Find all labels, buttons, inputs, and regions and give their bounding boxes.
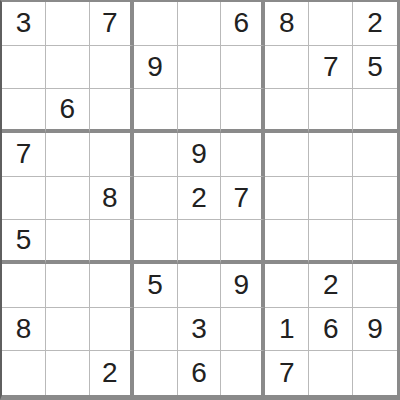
cell-r4c1-given[interactable]: 7 xyxy=(2,133,46,177)
cell-r5c7-empty[interactable] xyxy=(265,177,309,221)
cell-r6c7-empty[interactable] xyxy=(265,220,309,264)
cell-r3c8-empty[interactable] xyxy=(309,89,353,133)
cell-r6c3-empty[interactable] xyxy=(90,220,134,264)
cell-r2c6-empty[interactable] xyxy=(221,46,265,90)
cell-r2c2-empty[interactable] xyxy=(46,46,90,90)
cell-r5c9-empty[interactable] xyxy=(353,177,397,221)
cell-r8c1-given[interactable]: 8 xyxy=(2,308,46,352)
cell-r9c1-empty[interactable] xyxy=(2,351,46,395)
cell-r5c3-given[interactable]: 8 xyxy=(90,177,134,221)
cell-r1c4-empty[interactable] xyxy=(134,2,178,46)
cell-r9c5-given[interactable]: 6 xyxy=(178,351,222,395)
cell-r1c2-empty[interactable] xyxy=(46,2,90,46)
cell-r5c2-empty[interactable] xyxy=(46,177,90,221)
cell-r7c4-given[interactable]: 5 xyxy=(134,264,178,308)
cell-r1c8-empty[interactable] xyxy=(309,2,353,46)
cell-r6c2-empty[interactable] xyxy=(46,220,90,264)
cell-r2c9-given[interactable]: 5 xyxy=(353,46,397,90)
cell-r9c6-empty[interactable] xyxy=(221,351,265,395)
cell-r3c3-empty[interactable] xyxy=(90,89,134,133)
cell-r3c9-empty[interactable] xyxy=(353,89,397,133)
cell-r8c5-given[interactable]: 3 xyxy=(178,308,222,352)
cell-r5c6-given[interactable]: 7 xyxy=(221,177,265,221)
cell-r1c6-given[interactable]: 6 xyxy=(221,2,265,46)
cell-r5c8-empty[interactable] xyxy=(309,177,353,221)
cell-r7c5-empty[interactable] xyxy=(178,264,222,308)
cell-r3c2-given[interactable]: 6 xyxy=(46,89,90,133)
cell-r6c4-empty[interactable] xyxy=(134,220,178,264)
cell-r4c7-empty[interactable] xyxy=(265,133,309,177)
cell-r2c5-empty[interactable] xyxy=(178,46,222,90)
cell-r4c8-empty[interactable] xyxy=(309,133,353,177)
cell-r1c1-given[interactable]: 3 xyxy=(2,2,46,46)
cell-r3c7-empty[interactable] xyxy=(265,89,309,133)
cell-r1c3-given[interactable]: 7 xyxy=(90,2,134,46)
cell-r3c6-empty[interactable] xyxy=(221,89,265,133)
cell-r9c8-empty[interactable] xyxy=(309,351,353,395)
cell-r7c3-empty[interactable] xyxy=(90,264,134,308)
cell-r8c8-given[interactable]: 6 xyxy=(309,308,353,352)
cell-r6c8-empty[interactable] xyxy=(309,220,353,264)
cell-r7c6-given[interactable]: 9 xyxy=(221,264,265,308)
cell-r6c9-empty[interactable] xyxy=(353,220,397,264)
cell-r4c3-empty[interactable] xyxy=(90,133,134,177)
cell-r1c7-given[interactable]: 8 xyxy=(265,2,309,46)
cell-r8c6-empty[interactable] xyxy=(221,308,265,352)
cell-r4c9-empty[interactable] xyxy=(353,133,397,177)
cell-r9c4-empty[interactable] xyxy=(134,351,178,395)
cell-r4c6-empty[interactable] xyxy=(221,133,265,177)
cell-r5c1-empty[interactable] xyxy=(2,177,46,221)
cell-r2c1-empty[interactable] xyxy=(2,46,46,90)
cell-r9c9-empty[interactable] xyxy=(353,351,397,395)
cell-r3c1-empty[interactable] xyxy=(2,89,46,133)
cell-r4c2-empty[interactable] xyxy=(46,133,90,177)
cell-r2c8-given[interactable]: 7 xyxy=(309,46,353,90)
cell-r5c4-empty[interactable] xyxy=(134,177,178,221)
cell-r3c4-empty[interactable] xyxy=(134,89,178,133)
cell-r3c5-empty[interactable] xyxy=(178,89,222,133)
cell-r8c3-empty[interactable] xyxy=(90,308,134,352)
cell-r1c5-empty[interactable] xyxy=(178,2,222,46)
cell-r2c3-empty[interactable] xyxy=(90,46,134,90)
cell-r1c9-given[interactable]: 2 xyxy=(353,2,397,46)
cell-r6c1-given[interactable]: 5 xyxy=(2,220,46,264)
cell-r2c7-empty[interactable] xyxy=(265,46,309,90)
sudoku-board: 37682975679827559283169267 xyxy=(0,0,400,400)
cell-r8c7-given[interactable]: 1 xyxy=(265,308,309,352)
cell-r8c4-empty[interactable] xyxy=(134,308,178,352)
cell-r7c7-empty[interactable] xyxy=(265,264,309,308)
cell-r7c8-given[interactable]: 2 xyxy=(309,264,353,308)
cell-r6c5-empty[interactable] xyxy=(178,220,222,264)
cell-r8c9-given[interactable]: 9 xyxy=(353,308,397,352)
cell-r7c9-empty[interactable] xyxy=(353,264,397,308)
cell-r2c4-given[interactable]: 9 xyxy=(134,46,178,90)
cell-r4c4-empty[interactable] xyxy=(134,133,178,177)
cell-r9c2-empty[interactable] xyxy=(46,351,90,395)
cell-r8c2-empty[interactable] xyxy=(46,308,90,352)
cell-r7c2-empty[interactable] xyxy=(46,264,90,308)
cell-r5c5-given[interactable]: 2 xyxy=(178,177,222,221)
cell-r9c7-given[interactable]: 7 xyxy=(265,351,309,395)
cell-r6c6-empty[interactable] xyxy=(221,220,265,264)
cell-r7c1-empty[interactable] xyxy=(2,264,46,308)
cell-r4c5-given[interactable]: 9 xyxy=(178,133,222,177)
cell-r9c3-given[interactable]: 2 xyxy=(90,351,134,395)
